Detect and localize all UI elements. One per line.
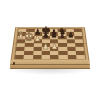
square-f1 xyxy=(59,55,68,59)
chess-board xyxy=(10,27,89,61)
box-seam xyxy=(10,64,90,65)
board-front-edge xyxy=(10,60,90,69)
square-c1 xyxy=(33,55,42,59)
square-d1 xyxy=(41,55,50,59)
board-grid xyxy=(15,29,85,59)
square-h1 xyxy=(76,55,85,59)
square-g1 xyxy=(67,55,76,59)
square-b1 xyxy=(24,55,33,59)
product-photo: ♟♚♟♞♝♟♟♝♟♚♟♟♟ xyxy=(0,0,100,100)
square-e1 xyxy=(50,55,59,59)
